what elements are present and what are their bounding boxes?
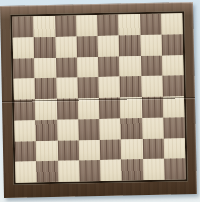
square-e6[interactable] xyxy=(98,56,120,77)
square-e2[interactable] xyxy=(100,139,122,160)
square-g1[interactable] xyxy=(143,159,165,180)
square-f4[interactable] xyxy=(120,97,142,118)
square-g3[interactable] xyxy=(142,117,164,138)
square-d3[interactable] xyxy=(78,119,100,140)
square-g7[interactable] xyxy=(140,34,162,55)
square-b1[interactable] xyxy=(37,161,59,182)
square-h3[interactable] xyxy=(163,117,185,138)
square-g5[interactable] xyxy=(141,76,163,97)
square-d1[interactable] xyxy=(79,160,101,181)
square-c4[interactable] xyxy=(56,98,78,119)
square-d4[interactable] xyxy=(78,98,100,119)
square-a6[interactable] xyxy=(13,58,35,79)
square-b5[interactable] xyxy=(35,78,57,99)
square-f1[interactable] xyxy=(122,159,144,180)
square-c8[interactable] xyxy=(55,15,77,36)
square-b4[interactable] xyxy=(35,99,57,120)
square-d2[interactable] xyxy=(79,139,101,160)
chess-board xyxy=(0,2,197,198)
square-b3[interactable] xyxy=(36,120,58,141)
square-g8[interactable] xyxy=(140,14,162,35)
square-e1[interactable] xyxy=(100,160,122,181)
board-grid xyxy=(12,13,185,183)
square-d8[interactable] xyxy=(76,15,98,36)
square-a1[interactable] xyxy=(15,162,37,183)
square-f8[interactable] xyxy=(118,14,140,35)
square-g6[interactable] xyxy=(141,55,163,76)
square-e8[interactable] xyxy=(97,15,119,36)
square-h2[interactable] xyxy=(164,138,186,159)
square-e5[interactable] xyxy=(99,77,121,98)
square-h1[interactable] xyxy=(164,158,186,179)
square-h7[interactable] xyxy=(161,34,183,55)
square-f7[interactable] xyxy=(119,35,141,56)
square-g4[interactable] xyxy=(141,97,163,118)
board-playfield xyxy=(10,11,188,185)
square-d6[interactable] xyxy=(77,56,99,77)
square-e4[interactable] xyxy=(99,98,121,119)
square-c2[interactable] xyxy=(57,140,79,161)
square-b6[interactable] xyxy=(34,57,56,78)
square-f2[interactable] xyxy=(121,139,143,160)
square-e3[interactable] xyxy=(99,118,121,139)
square-b8[interactable] xyxy=(33,16,55,37)
square-c3[interactable] xyxy=(57,119,79,140)
square-a7[interactable] xyxy=(13,37,35,58)
square-f3[interactable] xyxy=(121,118,143,139)
square-h5[interactable] xyxy=(162,75,184,96)
square-h4[interactable] xyxy=(163,96,185,117)
square-g2[interactable] xyxy=(142,138,164,159)
square-a3[interactable] xyxy=(14,120,36,141)
square-d5[interactable] xyxy=(77,77,99,98)
square-c1[interactable] xyxy=(58,161,80,182)
square-b7[interactable] xyxy=(34,37,56,58)
square-c6[interactable] xyxy=(56,57,78,78)
square-c7[interactable] xyxy=(55,36,77,57)
photo-background xyxy=(0,0,200,202)
square-a5[interactable] xyxy=(14,79,36,100)
square-h6[interactable] xyxy=(162,55,184,76)
square-d7[interactable] xyxy=(76,36,98,57)
square-a4[interactable] xyxy=(14,99,36,120)
square-f6[interactable] xyxy=(119,56,141,77)
square-f5[interactable] xyxy=(120,76,142,97)
square-a8[interactable] xyxy=(12,16,34,37)
square-e7[interactable] xyxy=(98,35,120,56)
square-c5[interactable] xyxy=(56,78,78,99)
square-h8[interactable] xyxy=(161,13,183,34)
square-a2[interactable] xyxy=(15,141,37,162)
square-b2[interactable] xyxy=(36,140,58,161)
